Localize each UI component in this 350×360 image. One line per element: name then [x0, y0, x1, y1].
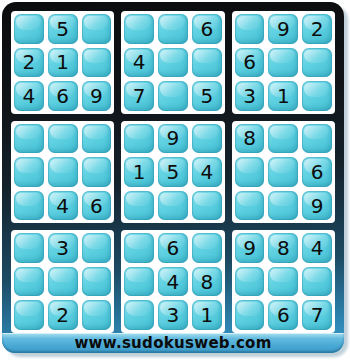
cell-r2c5[interactable] [158, 48, 188, 78]
cell-digit: 6 [90, 196, 103, 216]
cell-r3c5[interactable] [158, 81, 188, 111]
cell-r2c7[interactable]: 6 [235, 48, 265, 78]
cell-r2c1[interactable]: 2 [14, 48, 44, 78]
cell-r4c2[interactable] [48, 124, 78, 154]
cell-digit: 6 [200, 19, 213, 39]
cell-digit: 4 [56, 196, 69, 216]
cell-r4c8[interactable] [268, 124, 298, 154]
cell-digit: 9 [90, 86, 103, 106]
cell-digit: 1 [133, 162, 146, 182]
cell-r8c1[interactable] [14, 267, 44, 297]
cell-digit: 2 [23, 52, 36, 72]
cell-digit: 9 [243, 238, 256, 258]
cell-r9c3[interactable] [82, 300, 112, 330]
cell-r1c7[interactable] [235, 14, 265, 44]
cell-r6c1[interactable] [14, 191, 44, 221]
cell-digit: 9 [311, 196, 324, 216]
cell-r6c2[interactable]: 4 [48, 191, 78, 221]
cell-r7c6[interactable] [192, 233, 222, 263]
cell-r6c9[interactable]: 9 [302, 191, 332, 221]
cell-r2c4[interactable]: 4 [124, 48, 154, 78]
website-url: www.sudokusweb.com [74, 336, 271, 351]
box-1-1: 521469 [11, 11, 114, 114]
cell-r9c8[interactable]: 6 [268, 300, 298, 330]
cell-r9c6[interactable]: 1 [192, 300, 222, 330]
box-3-3: 98467 [232, 230, 335, 333]
cell-digit: 3 [56, 238, 69, 258]
cell-digit: 4 [23, 86, 36, 106]
cell-r4c7[interactable]: 8 [235, 124, 265, 154]
cell-r5c2[interactable] [48, 157, 78, 187]
cell-digit: 8 [277, 238, 290, 258]
cell-digit: 6 [243, 52, 256, 72]
cell-digit: 8 [243, 128, 256, 148]
cell-r1c4[interactable] [124, 14, 154, 44]
cell-r3c9[interactable] [302, 81, 332, 111]
cell-digit: 2 [311, 19, 324, 39]
cell-r3c4[interactable]: 7 [124, 81, 154, 111]
cell-digit: 4 [167, 272, 180, 292]
cell-r8c4[interactable] [124, 267, 154, 297]
cell-digit: 5 [56, 19, 69, 39]
cell-r7c4[interactable] [124, 233, 154, 263]
cell-digit: 1 [56, 52, 69, 72]
cell-digit: 3 [167, 305, 180, 325]
cell-digit: 9 [167, 128, 180, 148]
cell-r8c5[interactable]: 4 [158, 267, 188, 297]
cell-r5c7[interactable] [235, 157, 265, 187]
cell-r9c9[interactable]: 7 [302, 300, 332, 330]
cell-digit: 8 [200, 272, 213, 292]
cell-r3c1[interactable]: 4 [14, 81, 44, 111]
cell-r8c7[interactable] [235, 267, 265, 297]
cell-r9c5[interactable]: 3 [158, 300, 188, 330]
cell-digit: 1 [277, 86, 290, 106]
cell-r5c9[interactable]: 6 [302, 157, 332, 187]
cell-r2c8[interactable] [268, 48, 298, 78]
cell-digit: 4 [200, 162, 213, 182]
cell-digit: 6 [56, 86, 69, 106]
cell-digit: 9 [277, 19, 290, 39]
page: 521469647592631469154869326483198467 www… [0, 0, 350, 360]
cell-digit: 2 [56, 305, 69, 325]
cell-r9c1[interactable] [14, 300, 44, 330]
cell-r7c5[interactable]: 6 [158, 233, 188, 263]
cell-r6c4[interactable] [124, 191, 154, 221]
cell-r7c2[interactable]: 3 [48, 233, 78, 263]
box-3-1: 32 [11, 230, 114, 333]
cell-digit: 5 [167, 162, 180, 182]
cell-r1c9[interactable]: 2 [302, 14, 332, 44]
cell-r6c5[interactable] [158, 191, 188, 221]
cell-digit: 1 [200, 305, 213, 325]
footer-bar: www.sudokusweb.com [2, 333, 344, 353]
cell-digit: 5 [200, 86, 213, 106]
cell-r2c2[interactable]: 1 [48, 48, 78, 78]
cell-r4c6[interactable] [192, 124, 222, 154]
cell-r7c3[interactable] [82, 233, 112, 263]
cell-r8c6[interactable]: 8 [192, 267, 222, 297]
cell-r5c8[interactable] [268, 157, 298, 187]
box-1-2: 6475 [121, 11, 224, 114]
cell-r7c1[interactable] [14, 233, 44, 263]
cell-r3c2[interactable]: 6 [48, 81, 78, 111]
cell-r8c8[interactable] [268, 267, 298, 297]
cell-r1c3[interactable] [82, 14, 112, 44]
cell-r6c7[interactable] [235, 191, 265, 221]
cell-r8c9[interactable] [302, 267, 332, 297]
cell-r9c7[interactable] [235, 300, 265, 330]
cell-r7c8[interactable]: 8 [268, 233, 298, 263]
cell-r9c2[interactable]: 2 [48, 300, 78, 330]
cell-r4c9[interactable] [302, 124, 332, 154]
cell-r1c2[interactable]: 5 [48, 14, 78, 44]
cell-r1c8[interactable]: 9 [268, 14, 298, 44]
cell-digit: 7 [133, 86, 146, 106]
cell-r2c3[interactable] [82, 48, 112, 78]
cell-r9c4[interactable] [124, 300, 154, 330]
cell-r5c4[interactable]: 1 [124, 157, 154, 187]
cell-r6c3[interactable]: 6 [82, 191, 112, 221]
cell-digit: 4 [311, 238, 324, 258]
cell-r1c5[interactable] [158, 14, 188, 44]
cell-r3c6[interactable]: 5 [192, 81, 222, 111]
box-2-2: 9154 [121, 121, 224, 224]
sudoku-grid: 521469647592631469154869326483198467 [11, 11, 335, 333]
cell-r5c1[interactable] [14, 157, 44, 187]
cell-r7c9[interactable]: 4 [302, 233, 332, 263]
cell-r6c8[interactable] [268, 191, 298, 221]
box-3-2: 64831 [121, 230, 224, 333]
cell-r1c1[interactable] [14, 14, 44, 44]
cell-digit: 6 [311, 162, 324, 182]
cell-r5c5[interactable]: 5 [158, 157, 188, 187]
cell-r6c6[interactable] [192, 191, 222, 221]
cell-r4c5[interactable]: 9 [158, 124, 188, 154]
cell-r3c8[interactable]: 1 [268, 81, 298, 111]
cell-r5c3[interactable] [82, 157, 112, 187]
box-2-1: 46 [11, 121, 114, 224]
cell-r1c6[interactable]: 6 [192, 14, 222, 44]
cell-r8c2[interactable] [48, 267, 78, 297]
cell-r4c3[interactable] [82, 124, 112, 154]
sudoku-board: 521469647592631469154869326483198467 www… [2, 2, 344, 353]
cell-r2c9[interactable] [302, 48, 332, 78]
cell-r2c6[interactable] [192, 48, 222, 78]
cell-r4c4[interactable] [124, 124, 154, 154]
box-2-3: 869 [232, 121, 335, 224]
cell-digit: 6 [277, 305, 290, 325]
cell-digit: 4 [133, 52, 146, 72]
cell-r3c7[interactable]: 3 [235, 81, 265, 111]
cell-digit: 7 [311, 305, 324, 325]
cell-r8c3[interactable] [82, 267, 112, 297]
cell-r5c6[interactable]: 4 [192, 157, 222, 187]
cell-r7c7[interactable]: 9 [235, 233, 265, 263]
box-1-3: 92631 [232, 11, 335, 114]
cell-r4c1[interactable] [14, 124, 44, 154]
cell-digit: 6 [167, 238, 180, 258]
cell-digit: 3 [243, 86, 256, 106]
cell-r3c3[interactable]: 9 [82, 81, 112, 111]
